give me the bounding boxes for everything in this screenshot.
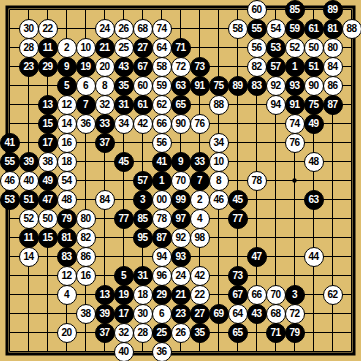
go-stone-black-55[interactable]: 55 (0, 152, 20, 172)
go-stone-white-88[interactable]: 88 (342, 19, 361, 39)
go-stone-white-28[interactable]: 28 (19, 38, 39, 58)
go-stone-white-16[interactable]: 16 (57, 133, 77, 153)
go-stone-black-53[interactable]: 53 (266, 38, 286, 58)
go-stone-white-38[interactable]: 38 (38, 152, 58, 172)
go-stone-black-71[interactable]: 71 (171, 38, 191, 58)
go-stone-white-56[interactable]: 56 (152, 133, 172, 153)
go-stone-white-66[interactable]: 66 (152, 114, 172, 134)
go-stone-white-58[interactable]: 58 (152, 57, 172, 77)
go-stone-black-83[interactable]: 83 (57, 247, 77, 267)
go-stone-white-20[interactable]: 20 (95, 57, 115, 77)
go-stone-white-98[interactable]: 98 (190, 228, 210, 248)
go-stone-white-84[interactable]: 84 (95, 190, 115, 210)
go-stone-black-69[interactable]: 69 (209, 304, 229, 324)
go-stone-white-48[interactable]: 48 (304, 152, 324, 172)
go-stone-white-28[interactable]: 28 (133, 323, 153, 343)
go-stone-black-79[interactable]: 79 (57, 209, 77, 229)
go-stone-white-25[interactable]: 25 (114, 38, 134, 58)
go-stone-black-29[interactable]: 29 (152, 285, 172, 305)
go-stone-black-13[interactable]: 13 (95, 285, 115, 305)
go-stone-white-90[interactable]: 90 (304, 76, 324, 96)
go-stone-white-68[interactable]: 68 (133, 19, 153, 39)
go-stone-white-22[interactable]: 22 (38, 19, 58, 39)
go-stone-white-92[interactable]: 92 (171, 228, 191, 248)
go-stone-white-80[interactable]: 80 (323, 38, 343, 58)
go-stone-black-13[interactable]: 13 (38, 95, 58, 115)
go-stone-black-65[interactable]: 65 (228, 323, 248, 343)
go-stone-black-27[interactable]: 27 (190, 304, 210, 324)
go-stone-white-6[interactable]: 6 (76, 76, 96, 96)
go-stone-white-2[interactable]: 2 (190, 190, 210, 210)
go-stone-black-47[interactable]: 47 (38, 190, 58, 210)
go-stone-white-8[interactable]: 8 (95, 76, 115, 96)
go-stone-white-74[interactable]: 74 (152, 19, 172, 39)
go-stone-white-88[interactable]: 88 (209, 95, 229, 115)
go-stone-black-45[interactable]: 45 (114, 152, 134, 172)
go-stone-black-39[interactable]: 39 (19, 152, 39, 172)
go-stone-black-43[interactable]: 43 (247, 304, 267, 324)
go-stone-black-61[interactable]: 61 (133, 95, 153, 115)
go-stone-white-90[interactable]: 90 (171, 114, 191, 134)
go-stone-black-71[interactable]: 71 (266, 323, 286, 343)
go-stone-black-63[interactable]: 63 (171, 76, 191, 96)
go-stone-white-50[interactable]: 50 (304, 38, 324, 58)
go-stone-black-91[interactable]: 91 (285, 95, 305, 115)
go-stone-white-76[interactable]: 76 (285, 133, 305, 153)
go-stone-white-20[interactable]: 20 (57, 323, 77, 343)
go-stone-white-12[interactable]: 12 (57, 266, 77, 286)
go-stone-white-42[interactable]: 42 (190, 266, 210, 286)
go-stone-white-60[interactable]: 60 (247, 0, 267, 20)
go-stone-black-47[interactable]: 47 (247, 247, 267, 267)
go-stone-black-35[interactable]: 35 (190, 323, 210, 343)
go-stone-black-77[interactable]: 77 (228, 209, 248, 229)
go-stone-black-23[interactable]: 23 (171, 304, 191, 324)
go-stone-white-18[interactable]: 18 (133, 285, 153, 305)
go-stone-white-4[interactable]: 4 (190, 209, 210, 229)
go-stone-black-87[interactable]: 87 (152, 228, 172, 248)
go-stone-black-73[interactable]: 73 (228, 266, 248, 286)
go-stone-white-10[interactable]: 10 (76, 38, 96, 58)
go-stone-black-95[interactable]: 95 (133, 228, 153, 248)
go-stone-white-72[interactable]: 72 (171, 57, 191, 77)
go-stone-black-65[interactable]: 65 (171, 95, 191, 115)
go-stone-white-59[interactable]: 59 (152, 76, 172, 96)
go-stone-black-33[interactable]: 33 (95, 114, 115, 134)
go-stone-black-3[interactable]: 3 (285, 285, 305, 305)
go-stone-black-89[interactable]: 89 (228, 76, 248, 96)
go-stone-black-49[interactable]: 49 (304, 114, 324, 134)
go-stone-white-26[interactable]: 26 (171, 323, 191, 343)
go-stone-black-49[interactable]: 49 (38, 171, 58, 191)
go-stone-white-34[interactable]: 34 (209, 133, 229, 153)
go-stone-black-23[interactable]: 23 (19, 57, 39, 77)
go-stone-black-1[interactable]: 1 (285, 57, 305, 77)
go-stone-black-5[interactable]: 5 (114, 266, 134, 286)
go-stone-black-33[interactable]: 33 (190, 152, 210, 172)
go-stone-black-29[interactable]: 29 (38, 57, 58, 77)
go-stone-white-42[interactable]: 42 (133, 114, 153, 134)
go-stone-black-51[interactable]: 51 (304, 57, 324, 77)
go-stone-black-89[interactable]: 89 (323, 0, 343, 20)
go-stone-black-57[interactable]: 57 (133, 171, 153, 191)
go-stone-white-32[interactable]: 32 (114, 323, 134, 343)
go-stone-white-52[interactable]: 52 (285, 38, 305, 58)
go-stone-white-94[interactable]: 94 (266, 95, 286, 115)
go-stone-white-70[interactable]: 70 (266, 285, 286, 305)
go-stone-black-67[interactable]: 67 (133, 57, 153, 77)
go-stone-black-45[interactable]: 45 (228, 190, 248, 210)
go-stone-white-82[interactable]: 82 (76, 228, 96, 248)
go-stone-black-27[interactable]: 27 (133, 38, 153, 58)
go-stone-white-92[interactable]: 92 (266, 76, 286, 96)
star-point (292, 178, 296, 182)
go-stone-black-21[interactable]: 21 (171, 285, 191, 305)
go-stone-black-11[interactable]: 11 (38, 38, 58, 58)
go-stone-black-59[interactable]: 59 (285, 19, 305, 39)
go-stone-black-17[interactable]: 17 (114, 304, 134, 324)
go-stone-white-00[interactable]: 00 (152, 190, 172, 210)
go-stone-black-97[interactable]: 97 (171, 209, 191, 229)
go-stone-black-41[interactable]: 41 (0, 133, 20, 153)
go-stone-black-99[interactable]: 99 (171, 190, 191, 210)
go-stone-black-81[interactable]: 81 (323, 19, 343, 39)
go-stone-black-43[interactable]: 43 (114, 57, 134, 77)
go-stone-white-50[interactable]: 50 (38, 209, 58, 229)
go-stone-black-15[interactable]: 15 (38, 228, 58, 248)
go-stone-white-72[interactable]: 72 (285, 304, 305, 324)
go-stone-white-62[interactable]: 62 (152, 95, 172, 115)
go-stone-black-19[interactable]: 19 (76, 57, 96, 77)
go-stone-white-2[interactable]: 2 (57, 38, 77, 58)
go-stone-black-5[interactable]: 5 (57, 76, 77, 96)
go-stone-black-55[interactable]: 55 (247, 19, 267, 39)
go-stone-white-56[interactable]: 56 (247, 38, 267, 58)
go-stone-black-31[interactable]: 31 (114, 95, 134, 115)
go-stone-white-60[interactable]: 60 (133, 76, 153, 96)
go-stone-black-37[interactable]: 37 (95, 323, 115, 343)
go-stone-black-7[interactable]: 7 (190, 171, 210, 191)
go-stone-white-58[interactable]: 58 (228, 19, 248, 39)
go-stone-white-40[interactable]: 40 (19, 171, 39, 191)
go-stone-white-6[interactable]: 6 (152, 304, 172, 324)
go-board[interactable]: 6085893022242668745855545961818828112102… (0, 0, 361, 361)
go-stone-white-14[interactable]: 14 (57, 114, 77, 134)
go-stone-black-57[interactable]: 57 (266, 57, 286, 77)
go-stone-white-44[interactable]: 44 (304, 247, 324, 267)
go-stone-black-73[interactable]: 73 (190, 57, 210, 77)
go-stone-white-96[interactable]: 96 (152, 266, 172, 286)
go-stone-black-93[interactable]: 93 (171, 247, 191, 267)
go-stone-black-75[interactable]: 75 (304, 95, 324, 115)
go-stone-black-81[interactable]: 81 (57, 228, 77, 248)
go-stone-white-78[interactable]: 78 (152, 209, 172, 229)
go-stone-white-24[interactable]: 24 (95, 19, 115, 39)
go-stone-white-70[interactable]: 70 (171, 171, 191, 191)
go-stone-black-87[interactable]: 87 (323, 95, 343, 115)
go-stone-white-34[interactable]: 34 (114, 114, 134, 134)
go-stone-white-24[interactable]: 24 (171, 266, 191, 286)
go-stone-white-62[interactable]: 62 (323, 285, 343, 305)
go-stone-black-91[interactable]: 91 (190, 76, 210, 96)
go-stone-white-94[interactable]: 94 (152, 247, 172, 267)
go-stone-black-11[interactable]: 11 (19, 228, 39, 248)
go-stone-white-46[interactable]: 46 (209, 190, 229, 210)
go-stone-white-64[interactable]: 64 (228, 304, 248, 324)
go-stone-white-78[interactable]: 78 (247, 171, 267, 191)
go-stone-black-85[interactable]: 85 (285, 0, 305, 20)
go-stone-black-35[interactable]: 35 (114, 76, 134, 96)
go-stone-white-52[interactable]: 52 (19, 209, 39, 229)
go-stone-white-64[interactable]: 64 (152, 38, 172, 58)
go-stone-white-26[interactable]: 26 (114, 19, 134, 39)
go-stone-black-75[interactable]: 75 (209, 76, 229, 96)
go-stone-black-41[interactable]: 41 (152, 152, 172, 172)
go-stone-white-40[interactable]: 40 (114, 342, 134, 361)
go-stone-black-93[interactable]: 93 (285, 76, 305, 96)
go-stone-black-61[interactable]: 61 (304, 19, 324, 39)
go-stone-black-77[interactable]: 77 (114, 209, 134, 229)
go-stone-black-37[interactable]: 37 (95, 133, 115, 153)
go-stone-black-9[interactable]: 9 (171, 152, 191, 172)
go-stone-white-10[interactable]: 10 (209, 152, 229, 172)
go-stone-white-54[interactable]: 54 (57, 171, 77, 191)
go-stone-white-82[interactable]: 82 (247, 57, 267, 77)
go-stone-black-3[interactable]: 3 (133, 190, 153, 210)
go-stone-black-7[interactable]: 7 (76, 95, 96, 115)
go-stone-white-38[interactable]: 38 (76, 304, 96, 324)
go-stone-black-1[interactable]: 1 (152, 171, 172, 191)
go-stone-black-39[interactable]: 39 (95, 304, 115, 324)
go-stone-black-83[interactable]: 83 (247, 76, 267, 96)
go-stone-white-16[interactable]: 16 (76, 266, 96, 286)
go-stone-white-54[interactable]: 54 (266, 19, 286, 39)
go-stone-white-22[interactable]: 22 (190, 285, 210, 305)
go-stone-black-17[interactable]: 17 (38, 133, 58, 153)
go-stone-black-67[interactable]: 67 (228, 285, 248, 305)
go-stone-white-86[interactable]: 86 (76, 247, 96, 267)
go-stone-white-32[interactable]: 32 (95, 95, 115, 115)
go-stone-white-48[interactable]: 48 (57, 190, 77, 210)
go-stone-black-51[interactable]: 51 (19, 190, 39, 210)
go-stone-white-76[interactable]: 76 (190, 114, 210, 134)
go-stone-white-66[interactable]: 66 (247, 285, 267, 305)
go-stone-black-85[interactable]: 85 (133, 209, 153, 229)
go-stone-white-8[interactable]: 8 (209, 171, 229, 191)
go-stone-black-25[interactable]: 25 (152, 323, 172, 343)
go-stone-black-53[interactable]: 53 (0, 190, 20, 210)
go-stone-black-9[interactable]: 9 (57, 57, 77, 77)
go-stone-black-31[interactable]: 31 (133, 266, 153, 286)
go-stone-white-30[interactable]: 30 (19, 19, 39, 39)
go-stone-white-86[interactable]: 86 (323, 76, 343, 96)
go-stone-black-21[interactable]: 21 (95, 38, 115, 58)
go-stone-black-15[interactable]: 15 (38, 114, 58, 134)
go-stone-black-79[interactable]: 79 (285, 323, 305, 343)
go-stone-black-19[interactable]: 19 (114, 285, 134, 305)
go-stone-white-80[interactable]: 80 (76, 209, 96, 229)
go-stone-white-18[interactable]: 18 (57, 152, 77, 172)
go-stone-white-74[interactable]: 74 (285, 114, 305, 134)
go-stone-white-30[interactable]: 30 (133, 304, 153, 324)
go-stone-white-84[interactable]: 84 (323, 57, 343, 77)
go-stone-white-68[interactable]: 68 (266, 304, 286, 324)
go-stone-white-12[interactable]: 12 (57, 95, 77, 115)
go-stone-black-63[interactable]: 63 (304, 190, 324, 210)
go-stone-white-46[interactable]: 46 (0, 171, 20, 191)
go-stone-white-36[interactable]: 36 (152, 342, 172, 361)
go-stone-white-4[interactable]: 4 (57, 285, 77, 305)
go-stone-white-14[interactable]: 14 (19, 247, 39, 267)
go-stone-white-36[interactable]: 36 (76, 114, 96, 134)
